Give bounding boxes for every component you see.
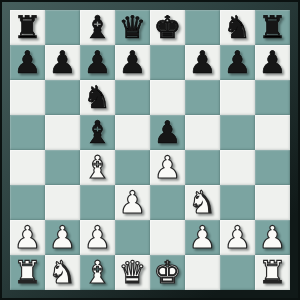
- black-pawn-e5[interactable]: ♟: [154, 117, 182, 148]
- square-a4[interactable]: [10, 150, 45, 185]
- white-rook-a1[interactable]: ♜: [14, 257, 42, 288]
- square-h3[interactable]: [255, 185, 290, 220]
- white-pawn-d3[interactable]: ♟: [119, 187, 147, 218]
- square-f1[interactable]: [185, 255, 220, 290]
- square-a5[interactable]: [10, 115, 45, 150]
- square-d7[interactable]: ♟: [115, 45, 150, 80]
- square-e7[interactable]: [150, 45, 185, 80]
- square-h8[interactable]: ♜: [255, 10, 290, 45]
- black-pawn-f7[interactable]: ♟: [189, 47, 217, 78]
- square-b4[interactable]: [45, 150, 80, 185]
- square-b7[interactable]: ♟: [45, 45, 80, 80]
- square-f4[interactable]: [185, 150, 220, 185]
- black-bishop-c8[interactable]: ♝: [84, 12, 112, 43]
- square-c1[interactable]: ♝: [80, 255, 115, 290]
- square-a6[interactable]: [10, 80, 45, 115]
- square-e6[interactable]: [150, 80, 185, 115]
- white-pawn-a2[interactable]: ♟: [14, 222, 42, 253]
- square-e1[interactable]: ♚: [150, 255, 185, 290]
- square-f3[interactable]: ♞: [185, 185, 220, 220]
- square-c7[interactable]: ♟: [80, 45, 115, 80]
- square-d4[interactable]: [115, 150, 150, 185]
- black-pawn-c7[interactable]: ♟: [84, 47, 112, 78]
- square-b6[interactable]: [45, 80, 80, 115]
- black-king-e8[interactable]: ♚: [154, 12, 182, 43]
- square-g6[interactable]: [220, 80, 255, 115]
- square-c4[interactable]: ♝: [80, 150, 115, 185]
- black-queen-d8[interactable]: ♛: [119, 12, 147, 43]
- black-pawn-h7[interactable]: ♟: [259, 47, 287, 78]
- white-pawn-h2[interactable]: ♟: [259, 222, 287, 253]
- white-king-e1[interactable]: ♚: [154, 257, 182, 288]
- square-g3[interactable]: [220, 185, 255, 220]
- square-h7[interactable]: ♟: [255, 45, 290, 80]
- square-a7[interactable]: ♟: [10, 45, 45, 80]
- square-c2[interactable]: ♟: [80, 220, 115, 255]
- square-h6[interactable]: [255, 80, 290, 115]
- square-b5[interactable]: [45, 115, 80, 150]
- square-d5[interactable]: [115, 115, 150, 150]
- white-pawn-b2[interactable]: ♟: [49, 222, 77, 253]
- black-bishop-c5[interactable]: ♝: [84, 117, 112, 148]
- square-a1[interactable]: ♜: [10, 255, 45, 290]
- white-pawn-f2[interactable]: ♟: [189, 222, 217, 253]
- square-h5[interactable]: [255, 115, 290, 150]
- square-e4[interactable]: ♟: [150, 150, 185, 185]
- white-queen-d1[interactable]: ♛: [119, 257, 147, 288]
- square-f7[interactable]: ♟: [185, 45, 220, 80]
- square-h4[interactable]: [255, 150, 290, 185]
- square-e5[interactable]: ♟: [150, 115, 185, 150]
- square-a2[interactable]: ♟: [10, 220, 45, 255]
- white-bishop-c4[interactable]: ♝: [84, 152, 112, 183]
- square-c3[interactable]: [80, 185, 115, 220]
- square-c6[interactable]: ♞: [80, 80, 115, 115]
- square-g7[interactable]: ♟: [220, 45, 255, 80]
- chess-board: ♜♝♛♚♞♜♟♟♟♟♟♟♟♞♝♟♝♟♟♞♟♟♟♟♟♟♜♞♝♛♚♜: [10, 10, 290, 290]
- square-f5[interactable]: [185, 115, 220, 150]
- square-d8[interactable]: ♛: [115, 10, 150, 45]
- white-pawn-c2[interactable]: ♟: [84, 222, 112, 253]
- square-b2[interactable]: ♟: [45, 220, 80, 255]
- white-pawn-e4[interactable]: ♟: [154, 152, 182, 183]
- square-h2[interactable]: ♟: [255, 220, 290, 255]
- square-g2[interactable]: ♟: [220, 220, 255, 255]
- square-d3[interactable]: ♟: [115, 185, 150, 220]
- square-d6[interactable]: [115, 80, 150, 115]
- square-f6[interactable]: [185, 80, 220, 115]
- square-b1[interactable]: ♞: [45, 255, 80, 290]
- white-rook-h1[interactable]: ♜: [259, 257, 287, 288]
- square-g5[interactable]: [220, 115, 255, 150]
- square-f2[interactable]: ♟: [185, 220, 220, 255]
- square-g4[interactable]: [220, 150, 255, 185]
- square-g1[interactable]: [220, 255, 255, 290]
- square-e2[interactable]: [150, 220, 185, 255]
- black-pawn-d7[interactable]: ♟: [119, 47, 147, 78]
- black-knight-c6[interactable]: ♞: [84, 82, 112, 113]
- square-a8[interactable]: ♜: [10, 10, 45, 45]
- square-b3[interactable]: [45, 185, 80, 220]
- square-f8[interactable]: [185, 10, 220, 45]
- black-knight-g8[interactable]: ♞: [224, 12, 252, 43]
- square-b8[interactable]: [45, 10, 80, 45]
- white-pawn-g2[interactable]: ♟: [224, 222, 252, 253]
- board-frame: ♜♝♛♚♞♜♟♟♟♟♟♟♟♞♝♟♝♟♟♞♟♟♟♟♟♟♜♞♝♛♚♜: [0, 0, 300, 300]
- black-rook-a8[interactable]: ♜: [14, 12, 42, 43]
- black-pawn-a7[interactable]: ♟: [14, 47, 42, 78]
- square-c5[interactable]: ♝: [80, 115, 115, 150]
- square-g8[interactable]: ♞: [220, 10, 255, 45]
- white-bishop-c1[interactable]: ♝: [84, 257, 112, 288]
- square-e3[interactable]: [150, 185, 185, 220]
- square-d1[interactable]: ♛: [115, 255, 150, 290]
- square-d2[interactable]: [115, 220, 150, 255]
- white-knight-b1[interactable]: ♞: [49, 257, 77, 288]
- black-pawn-g7[interactable]: ♟: [224, 47, 252, 78]
- black-rook-h8[interactable]: ♜: [259, 12, 287, 43]
- square-a3[interactable]: [10, 185, 45, 220]
- square-c8[interactable]: ♝: [80, 10, 115, 45]
- square-e8[interactable]: ♚: [150, 10, 185, 45]
- white-knight-f3[interactable]: ♞: [189, 187, 217, 218]
- black-pawn-b7[interactable]: ♟: [49, 47, 77, 78]
- square-h1[interactable]: ♜: [255, 255, 290, 290]
